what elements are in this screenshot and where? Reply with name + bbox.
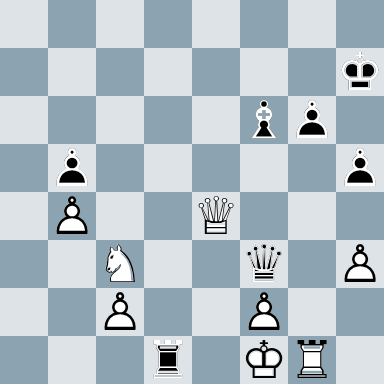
- black-pawn[interactable]: ♟♙: [48, 144, 96, 192]
- square-f6[interactable]: ♝♗: [240, 96, 288, 144]
- black-pawn[interactable]: ♟♙: [336, 144, 384, 192]
- square-d2[interactable]: [144, 288, 192, 336]
- square-c5[interactable]: [96, 144, 144, 192]
- square-e1[interactable]: [192, 336, 240, 384]
- square-h6[interactable]: [336, 96, 384, 144]
- square-e6[interactable]: [192, 96, 240, 144]
- square-h2[interactable]: [336, 288, 384, 336]
- black-pawn[interactable]: ♟♙: [288, 96, 336, 144]
- pawn-glyph-outline: ♙: [48, 192, 96, 240]
- square-f2[interactable]: ♟♙: [240, 288, 288, 336]
- king-glyph-outline: ♔: [336, 48, 384, 96]
- square-h3[interactable]: ♟♙: [336, 240, 384, 288]
- square-b4[interactable]: ♟♙: [48, 192, 96, 240]
- white-king[interactable]: ♚♔: [240, 336, 288, 384]
- square-e4[interactable]: ♛♕: [192, 192, 240, 240]
- black-rook[interactable]: ♜♖: [144, 336, 192, 384]
- rook-glyph-outline: ♖: [288, 336, 336, 384]
- square-a3[interactable]: [0, 240, 48, 288]
- square-d4[interactable]: [144, 192, 192, 240]
- square-g3[interactable]: [288, 240, 336, 288]
- square-a2[interactable]: [0, 288, 48, 336]
- square-c4[interactable]: [96, 192, 144, 240]
- square-a5[interactable]: [0, 144, 48, 192]
- white-rook[interactable]: ♜♖: [288, 336, 336, 384]
- square-g1[interactable]: ♜♖: [288, 336, 336, 384]
- square-b3[interactable]: [48, 240, 96, 288]
- square-d3[interactable]: [144, 240, 192, 288]
- white-pawn[interactable]: ♟♙: [240, 288, 288, 336]
- white-queen[interactable]: ♛♕: [192, 192, 240, 240]
- square-f7[interactable]: [240, 48, 288, 96]
- square-h5[interactable]: ♟♙: [336, 144, 384, 192]
- square-c7[interactable]: [96, 48, 144, 96]
- pawn-glyph-outline: ♙: [96, 288, 144, 336]
- square-g5[interactable]: [288, 144, 336, 192]
- square-c1[interactable]: [96, 336, 144, 384]
- square-a4[interactable]: [0, 192, 48, 240]
- pawn-glyph-outline: ♙: [336, 144, 384, 192]
- square-b2[interactable]: [48, 288, 96, 336]
- pawn-glyph-outline: ♙: [240, 288, 288, 336]
- square-d8[interactable]: [144, 0, 192, 48]
- square-c2[interactable]: ♟♙: [96, 288, 144, 336]
- square-d5[interactable]: [144, 144, 192, 192]
- square-h7[interactable]: ♚♔: [336, 48, 384, 96]
- queen-glyph-outline: ♕: [192, 192, 240, 240]
- square-d1[interactable]: ♜♖: [144, 336, 192, 384]
- bishop-glyph-outline: ♗: [240, 96, 288, 144]
- square-c8[interactable]: [96, 0, 144, 48]
- square-a1[interactable]: [0, 336, 48, 384]
- square-c6[interactable]: [96, 96, 144, 144]
- square-b5[interactable]: ♟♙: [48, 144, 96, 192]
- square-d6[interactable]: [144, 96, 192, 144]
- square-h8[interactable]: [336, 0, 384, 48]
- king-glyph-outline: ♔: [240, 336, 288, 384]
- chess-board: ♚♔♝♗♟♙♟♙♟♙♟♙♛♕♞♘♛♕♟♙♟♙♟♙♜♖♚♔♜♖: [0, 0, 384, 384]
- square-g8[interactable]: [288, 0, 336, 48]
- white-knight[interactable]: ♞♘: [96, 240, 144, 288]
- square-e2[interactable]: [192, 288, 240, 336]
- square-g7[interactable]: [288, 48, 336, 96]
- square-e7[interactable]: [192, 48, 240, 96]
- white-pawn[interactable]: ♟♙: [48, 192, 96, 240]
- square-g4[interactable]: [288, 192, 336, 240]
- white-pawn[interactable]: ♟♙: [96, 288, 144, 336]
- black-queen[interactable]: ♛♕: [240, 240, 288, 288]
- square-a8[interactable]: [0, 0, 48, 48]
- queen-glyph-outline: ♕: [240, 240, 288, 288]
- square-e5[interactable]: [192, 144, 240, 192]
- square-e3[interactable]: [192, 240, 240, 288]
- white-pawn[interactable]: ♟♙: [336, 240, 384, 288]
- square-d7[interactable]: [144, 48, 192, 96]
- black-king[interactable]: ♚♔: [336, 48, 384, 96]
- square-h1[interactable]: [336, 336, 384, 384]
- square-f8[interactable]: [240, 0, 288, 48]
- square-g6[interactable]: ♟♙: [288, 96, 336, 144]
- rook-glyph-outline: ♖: [144, 336, 192, 384]
- square-b8[interactable]: [48, 0, 96, 48]
- square-a7[interactable]: [0, 48, 48, 96]
- black-bishop[interactable]: ♝♗: [240, 96, 288, 144]
- pawn-glyph-outline: ♙: [48, 144, 96, 192]
- square-f3[interactable]: ♛♕: [240, 240, 288, 288]
- square-h4[interactable]: [336, 192, 384, 240]
- square-c3[interactable]: ♞♘: [96, 240, 144, 288]
- square-a6[interactable]: [0, 96, 48, 144]
- square-f5[interactable]: [240, 144, 288, 192]
- square-g2[interactable]: [288, 288, 336, 336]
- knight-glyph-outline: ♘: [96, 240, 144, 288]
- square-b7[interactable]: [48, 48, 96, 96]
- pawn-glyph-outline: ♙: [336, 240, 384, 288]
- square-e8[interactable]: [192, 0, 240, 48]
- square-f4[interactable]: [240, 192, 288, 240]
- square-b6[interactable]: [48, 96, 96, 144]
- square-f1[interactable]: ♚♔: [240, 336, 288, 384]
- square-b1[interactable]: [48, 336, 96, 384]
- pawn-glyph-outline: ♙: [288, 96, 336, 144]
